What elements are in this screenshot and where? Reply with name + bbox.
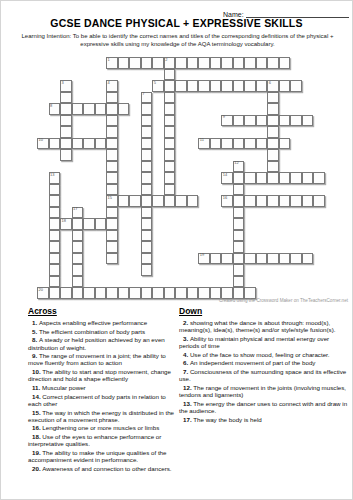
grid-cell[interactable]: [244, 80, 256, 92]
clue-number: 4: [108, 81, 110, 86]
grid-cell[interactable]: [279, 80, 291, 92]
grid-cell[interactable]: [49, 195, 61, 207]
grid-cell[interactable]: 7: [141, 92, 153, 104]
clue-number: 2: [165, 58, 167, 63]
clue-number-label: 9.: [32, 352, 39, 359]
grid-cell[interactable]: [106, 115, 118, 127]
clue-number-label: 16.: [32, 424, 42, 431]
clue-number: 10: [39, 138, 43, 143]
clue-across-8: 8. A steady or held position achieved by…: [28, 336, 176, 350]
grid-cell[interactable]: [72, 253, 84, 265]
grid-cell[interactable]: [221, 80, 233, 92]
grid-cell[interactable]: [221, 57, 233, 69]
clue-number-label: 12.: [183, 384, 193, 391]
clue-down-12: 12. The range of movement in the joints …: [179, 384, 351, 398]
clue-number-label: 20.: [32, 465, 42, 472]
clue-number-label: 13.: [183, 400, 193, 407]
grid-cell[interactable]: [256, 195, 268, 207]
grid-cell[interactable]: [290, 115, 302, 127]
grid-cell[interactable]: [141, 184, 153, 196]
clue-number: 12: [234, 161, 238, 166]
clue-across-20: 20. Awareness of and connection to other…: [28, 465, 176, 472]
clue-number: 3: [62, 81, 64, 86]
grid-cell[interactable]: 16: [221, 195, 233, 207]
grid-cell[interactable]: [95, 138, 107, 150]
clue-down-17: 17. The way the body is held: [179, 416, 351, 423]
grid-cell[interactable]: [233, 264, 245, 276]
grid-cell[interactable]: [198, 80, 210, 92]
worksheet-page: Name: GCSE DANCE PHYSICAL + EXPRESSIVE S…: [0, 0, 353, 500]
grid-cell[interactable]: [141, 195, 153, 207]
grid-cell[interactable]: [106, 92, 118, 104]
clue-number-label: 15.: [32, 409, 42, 416]
grid-cell[interactable]: [106, 230, 118, 242]
grid-cell[interactable]: [256, 253, 268, 265]
grid-cell[interactable]: [141, 161, 153, 173]
grid-cell[interactable]: 10: [37, 138, 49, 150]
clue-number: 17: [73, 207, 77, 212]
grid-cell[interactable]: [106, 184, 118, 196]
grid-cell[interactable]: [164, 115, 176, 127]
grid-cell[interactable]: [118, 287, 130, 299]
grid-cell[interactable]: [279, 253, 291, 265]
grid-cell[interactable]: [256, 172, 268, 184]
clue-across-1: 1. Aspects enabling effective performanc…: [28, 319, 176, 326]
grid-cell[interactable]: [141, 230, 153, 242]
grid-cell[interactable]: [175, 80, 187, 92]
grid-cell[interactable]: [267, 92, 279, 104]
grid-cell[interactable]: [141, 172, 153, 184]
grid-cell[interactable]: [106, 138, 118, 150]
grid-cell[interactable]: [187, 57, 199, 69]
grid-cell[interactable]: [267, 161, 279, 173]
grid-cell[interactable]: [233, 184, 245, 196]
clue-down-4: 4. Use of the face to show mood, feeling…: [179, 351, 351, 358]
grid-cell[interactable]: [49, 253, 61, 265]
clue-number-label: 10.: [32, 368, 42, 375]
clue-number-label: 11.: [32, 384, 42, 391]
grid-cell[interactable]: 5: [152, 80, 164, 92]
grid-cell[interactable]: [164, 161, 176, 173]
grid-cell[interactable]: [221, 253, 233, 265]
grid-cell[interactable]: [233, 253, 245, 265]
clue-number-label: 18.: [32, 433, 42, 440]
clue-down-6: 6. An independent movement of part of th…: [179, 359, 351, 366]
grid-cell[interactable]: [267, 126, 279, 138]
grid-cell[interactable]: [60, 287, 72, 299]
clue-number-label: 14.: [32, 393, 42, 400]
clue-number: 6: [269, 81, 271, 86]
clue-down-13: 13. The energy the dancer uses to connec…: [179, 400, 351, 414]
down-clues-column: Down 2. showing what the dance is about …: [179, 306, 351, 424]
grid-cell[interactable]: [210, 80, 222, 92]
grid-cell[interactable]: [152, 287, 164, 299]
grid-cell[interactable]: [256, 80, 268, 92]
grid-cell[interactable]: [106, 103, 118, 115]
grid-cell[interactable]: [302, 115, 314, 127]
clue-number: 5: [154, 81, 156, 86]
clue-down-3: 3. Ability to maintain physical and ment…: [179, 335, 351, 349]
grid-cell[interactable]: [313, 195, 325, 207]
grid-cell[interactable]: [129, 57, 141, 69]
grid-cell[interactable]: [210, 57, 222, 69]
grid-cell[interactable]: [83, 138, 95, 150]
grid-cell[interactable]: [49, 241, 61, 253]
clue-across-11: 11. Muscular power: [28, 384, 176, 391]
grid-cell[interactable]: [244, 138, 256, 150]
grid-cell[interactable]: [267, 138, 279, 150]
grid-cell[interactable]: [302, 253, 314, 265]
grid-cell[interactable]: [198, 287, 210, 299]
clue-across-16: 16. Lengthening one or more muscles or l…: [28, 424, 176, 431]
grid-cell[interactable]: [244, 253, 256, 265]
grid-cell[interactable]: 2: [164, 57, 176, 69]
grid-cell[interactable]: [106, 126, 118, 138]
grid-cell[interactable]: [164, 80, 176, 92]
crossword-grid: 1234567891011121314151617181920: [37, 57, 325, 299]
clue-number: 8: [50, 104, 52, 109]
grid-cell[interactable]: 9: [221, 115, 233, 127]
grid-cell[interactable]: 15: [106, 195, 118, 207]
page-title: GCSE DANCE PHYSICAL + EXPRESSIVE SKILLS: [1, 17, 352, 29]
clue-across-5: 5. The efficient combination of body par…: [28, 328, 176, 335]
grid-cell[interactable]: [244, 195, 256, 207]
grid-cell[interactable]: 4: [106, 80, 118, 92]
grid-cell[interactable]: [141, 57, 153, 69]
clue-number-label: 1.: [32, 319, 39, 326]
grid-cell[interactable]: [164, 149, 176, 161]
grid-cell[interactable]: [267, 57, 279, 69]
grid-cell[interactable]: [290, 172, 302, 184]
grid-cell[interactable]: [221, 138, 233, 150]
grid-cell[interactable]: [83, 287, 95, 299]
grid-cell[interactable]: [313, 172, 325, 184]
grid-cell[interactable]: [72, 241, 84, 253]
grid-cell[interactable]: [290, 195, 302, 207]
grid-cell[interactable]: 3: [60, 80, 72, 92]
grid-cell[interactable]: 20: [37, 287, 49, 299]
grid-cell[interactable]: [175, 57, 187, 69]
clue-across-19: 19. The ability to make the unique quali…: [28, 449, 176, 463]
grid-cell[interactable]: [233, 241, 245, 253]
grid-cell[interactable]: [302, 195, 314, 207]
grid-cell[interactable]: [267, 115, 279, 127]
grid-cell[interactable]: [267, 172, 279, 184]
grid-cell[interactable]: [279, 172, 291, 184]
grid-cell[interactable]: [141, 264, 153, 276]
grid-cell[interactable]: [118, 103, 130, 115]
grid-cell[interactable]: [49, 138, 61, 150]
footer-credit: Created using the Crossword Maker on The…: [219, 298, 348, 303]
clue-down-2: 2. showing what the dance is about throu…: [179, 319, 351, 333]
grid-cell[interactable]: [95, 103, 107, 115]
grid-cell[interactable]: [106, 207, 118, 219]
clue-number-label: 4.: [183, 351, 190, 358]
grid-cell[interactable]: [256, 115, 268, 127]
grid-cell[interactable]: [141, 287, 153, 299]
grid-cell[interactable]: [267, 253, 279, 265]
grid-cell[interactable]: [187, 80, 199, 92]
grid-cell[interactable]: [267, 149, 279, 161]
grid-cell[interactable]: 19: [198, 253, 210, 265]
grid-cell[interactable]: [233, 218, 245, 230]
grid-cell[interactable]: [72, 264, 84, 276]
grid-cell[interactable]: 17: [72, 207, 84, 219]
grid-cell[interactable]: [72, 276, 84, 288]
grid-cell[interactable]: [187, 195, 199, 207]
down-clue-list: 2. showing what the dance is about throu…: [179, 319, 351, 423]
grid-cell[interactable]: [60, 92, 72, 104]
grid-cell[interactable]: [164, 184, 176, 196]
grid-cell[interactable]: [175, 287, 187, 299]
grid-cell[interactable]: [106, 218, 118, 230]
grid-cell[interactable]: [233, 230, 245, 242]
clue-number-label: 6.: [183, 359, 190, 366]
grid-cell[interactable]: [95, 287, 107, 299]
grid-cell[interactable]: [233, 115, 245, 127]
grid-cell[interactable]: [141, 103, 153, 115]
grid-cell[interactable]: [152, 57, 164, 69]
grid-cell[interactable]: [49, 276, 61, 288]
grid-cell[interactable]: [290, 253, 302, 265]
grid-cell[interactable]: 13: [49, 172, 61, 184]
grid-cell[interactable]: [198, 57, 210, 69]
grid-cell[interactable]: 8: [49, 103, 61, 115]
grid-cell[interactable]: [141, 218, 153, 230]
grid-cell[interactable]: [49, 184, 61, 196]
clue-across-14: 14. Correct placement of body parts in r…: [28, 393, 176, 407]
grid-cell[interactable]: 12: [233, 161, 245, 173]
grid-cell[interactable]: [106, 172, 118, 184]
learning-intention: Learning Intention: To be able to identi…: [17, 33, 338, 48]
clue-number: 16: [223, 196, 227, 201]
grid-cell[interactable]: [244, 115, 256, 127]
grid-cell[interactable]: [141, 126, 153, 138]
grid-cell[interactable]: [60, 149, 72, 161]
grid-cell[interactable]: [106, 161, 118, 173]
across-clue-list: 1. Aspects enabling effective performanc…: [28, 319, 176, 472]
grid-cell[interactable]: [141, 253, 153, 265]
grid-cell[interactable]: [233, 172, 245, 184]
clue-across-9: 9. The range of movement in a joint; the…: [28, 352, 176, 366]
clue-number-label: 17.: [183, 416, 193, 423]
grid-cell[interactable]: [129, 195, 141, 207]
grid-cell[interactable]: [164, 92, 176, 104]
grid-cell[interactable]: [279, 138, 291, 150]
grid-cell[interactable]: [106, 241, 118, 253]
grid-cell[interactable]: [164, 138, 176, 150]
grid-cell[interactable]: [233, 138, 245, 150]
clue-number: 11: [200, 138, 204, 143]
grid-cell[interactable]: [233, 195, 245, 207]
grid-cell[interactable]: 18: [60, 218, 72, 230]
grid-cell[interactable]: [267, 103, 279, 115]
grid-cell[interactable]: [279, 195, 291, 207]
clue-number-label: 19.: [32, 449, 42, 456]
grid-cell[interactable]: [141, 241, 153, 253]
grid-cell[interactable]: [118, 57, 130, 69]
grid-cell[interactable]: [279, 115, 291, 127]
clue-number: 7: [142, 92, 144, 97]
grid-cell[interactable]: [106, 149, 118, 161]
clue-across-15: 15. The way in which the energy is distr…: [28, 409, 176, 423]
grid-cell[interactable]: [164, 172, 176, 184]
grid-cell[interactable]: [72, 103, 84, 115]
clue-number: 15: [108, 196, 112, 201]
grid-cell[interactable]: [49, 287, 61, 299]
grid-cell[interactable]: [152, 195, 164, 207]
grid-cell[interactable]: [256, 57, 268, 69]
grid-cell[interactable]: [210, 253, 222, 265]
clue-number: 1: [108, 58, 110, 63]
grid-cell[interactable]: [233, 80, 245, 92]
grid-cell[interactable]: [95, 218, 107, 230]
grid-cell[interactable]: [106, 287, 118, 299]
down-heading: Down: [179, 306, 351, 316]
grid-cell[interactable]: [290, 80, 302, 92]
grid-cell[interactable]: [49, 207, 61, 219]
grid-cell[interactable]: [72, 138, 84, 150]
across-clues-column: Across 1. Aspects enabling effective per…: [28, 306, 176, 474]
grid-cell[interactable]: [106, 253, 118, 265]
grid-cell[interactable]: [164, 195, 176, 207]
clue-number-label: 7.: [183, 368, 190, 375]
grid-cell[interactable]: [302, 172, 314, 184]
grid-cell[interactable]: 6: [267, 80, 279, 92]
clue-number-label: 3.: [183, 335, 190, 342]
grid-cell[interactable]: [60, 103, 72, 115]
clue-across-18: 18. Use of the eyes to enhance performan…: [28, 433, 176, 447]
grid-cell[interactable]: [164, 287, 176, 299]
clue-number: 20: [39, 288, 43, 293]
grid-cell[interactable]: [118, 195, 130, 207]
grid-cell[interactable]: [129, 287, 141, 299]
grid-cell[interactable]: [164, 126, 176, 138]
clue-number: 19: [200, 253, 204, 258]
grid-cell[interactable]: [60, 126, 72, 138]
grid-cell[interactable]: [244, 172, 256, 184]
clue-across-10: 10. The ability to start and stop moveme…: [28, 368, 176, 382]
clue-down-7: 7. Consciousness of the surrounding spac…: [179, 368, 351, 382]
grid-cell[interactable]: [60, 138, 72, 150]
clue-number-label: 5.: [32, 328, 39, 335]
clue-number: 13: [50, 173, 54, 178]
grid-cell[interactable]: [141, 207, 153, 219]
clue-number: 18: [62, 219, 66, 224]
grid-cell[interactable]: [49, 264, 61, 276]
across-heading: Across: [28, 306, 176, 316]
grid-cell[interactable]: [256, 138, 268, 150]
grid-cell[interactable]: [49, 218, 61, 230]
grid-cell[interactable]: [83, 218, 95, 230]
grid-cell[interactable]: [175, 195, 187, 207]
grid-cell[interactable]: [164, 103, 176, 115]
grid-cell[interactable]: [244, 57, 256, 69]
grid-cell[interactable]: [49, 230, 61, 242]
grid-cell[interactable]: [233, 276, 245, 288]
grid-cell[interactable]: [141, 149, 153, 161]
grid-cell[interactable]: 1: [106, 57, 118, 69]
grid-cell[interactable]: [83, 103, 95, 115]
clue-number: 14: [223, 173, 227, 178]
grid-cell[interactable]: [72, 218, 84, 230]
grid-cell[interactable]: [233, 57, 245, 69]
grid-cell[interactable]: [72, 287, 84, 299]
grid-cell[interactable]: [210, 138, 222, 150]
grid-cell[interactable]: [267, 195, 279, 207]
grid-cell[interactable]: [164, 69, 176, 81]
grid-cell[interactable]: [233, 207, 245, 219]
grid-cell[interactable]: [279, 57, 291, 69]
grid-cell[interactable]: 14: [221, 172, 233, 184]
clue-number: 9: [223, 115, 225, 120]
grid-cell[interactable]: [141, 115, 153, 127]
grid-cell[interactable]: [60, 115, 72, 127]
grid-cell[interactable]: [72, 230, 84, 242]
grid-cell[interactable]: [187, 287, 199, 299]
clue-number-label: 8.: [32, 336, 39, 343]
clue-number-label: 2.: [183, 319, 190, 326]
grid-cell[interactable]: [141, 138, 153, 150]
grid-cell[interactable]: 11: [198, 138, 210, 150]
